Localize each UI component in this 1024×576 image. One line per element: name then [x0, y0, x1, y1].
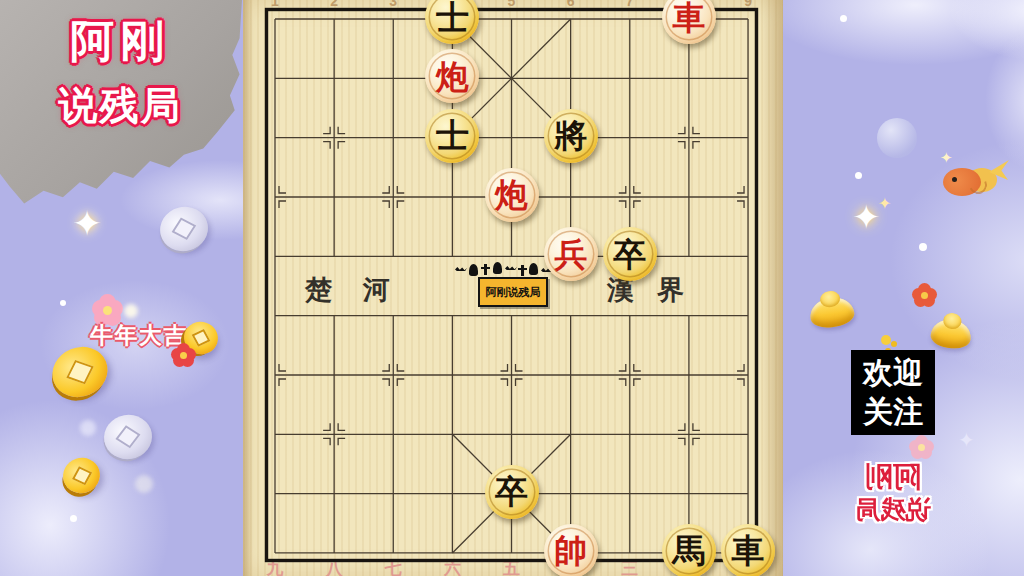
- flower-icon: [918, 444, 925, 451]
- glow-icon: [124, 304, 138, 318]
- piece-glyph: 將: [554, 119, 587, 152]
- glow-icon: [80, 420, 96, 436]
- cross-icon: [521, 265, 524, 276]
- piece-red-炮[interactable]: 炮: [485, 168, 539, 222]
- dot-sparkle-icon: [60, 300, 66, 306]
- sparkle-icon: ✦: [852, 200, 881, 234]
- dot-sparkle-icon: [919, 243, 927, 251]
- watermark-decoration: [455, 261, 551, 277]
- silver-coin-icon: [101, 411, 156, 463]
- xiangqi-board: 楚河 漢界 123456789 九八七六五四三二一 士車炮士將炮兵卒卒帥馬車 阿…: [243, 0, 783, 576]
- follow-line1: 欢迎: [851, 353, 935, 392]
- piece-glyph: 士: [436, 1, 469, 34]
- dot-sparkle-icon: [855, 172, 862, 179]
- goldfish-icon: [943, 162, 1009, 198]
- flower-icon: [180, 352, 187, 359]
- bat-icon: [505, 266, 517, 270]
- piece-black-士[interactable]: 士: [425, 109, 479, 163]
- sparkle-icon: ✦: [940, 150, 953, 165]
- ghost-icon: [469, 264, 478, 276]
- video-frame: 楚河 漢界 123456789 九八七六五四三二一 士車炮士將炮兵卒卒帥馬車 阿…: [0, 0, 1024, 576]
- bat-icon: [455, 267, 467, 271]
- gold-ingot-icon: [929, 318, 972, 351]
- piece-glyph: 兵: [554, 238, 587, 271]
- watermark-badge: 阿刚说残局: [478, 277, 548, 307]
- flower-icon: [921, 292, 928, 299]
- cross-icon: [484, 264, 487, 275]
- follow-banner: 欢迎 关注: [851, 350, 935, 435]
- piece-glyph: 馬: [672, 534, 705, 567]
- dot-sparkle-icon: [70, 515, 77, 522]
- river-label-left: 楚河: [305, 272, 421, 308]
- piece-black-馬[interactable]: 馬: [662, 524, 716, 576]
- bubble-icon: [877, 118, 917, 158]
- cloud: [760, 0, 1024, 65]
- piece-glyph: 車: [672, 1, 705, 34]
- channel-title-line2: 说残局: [2, 79, 238, 133]
- piece-glyph: 士: [436, 119, 469, 152]
- piece-black-車[interactable]: 車: [721, 524, 775, 576]
- ghost-icon: [493, 262, 502, 274]
- sparkle-icon: ✦: [72, 206, 102, 242]
- silver-coin-icon: [155, 201, 213, 256]
- piece-glyph: 炮: [436, 60, 469, 93]
- piece-glyph: 帥: [554, 534, 587, 567]
- piece-black-將[interactable]: 將: [544, 109, 598, 163]
- glow-icon: [135, 475, 153, 493]
- channel-title-line1: 阿刚: [2, 12, 238, 71]
- gold-ingot-icon: [808, 295, 856, 330]
- mirrored-watermark: 阿刚 说残局: [851, 460, 935, 524]
- piece-glyph: 卒: [495, 475, 528, 508]
- flower-icon: [103, 306, 112, 315]
- dot-sparkle-icon: [840, 15, 847, 22]
- cloud: [950, 0, 1024, 60]
- channel-title: 阿刚 说残局: [2, 12, 238, 133]
- piece-black-卒[interactable]: 卒: [603, 227, 657, 281]
- piece-glyph: 炮: [495, 178, 528, 211]
- new-year-blessing: 牛年大吉: [90, 320, 188, 351]
- gold-coin-icon: [58, 453, 104, 498]
- mirrored-line1: 阿刚: [851, 460, 935, 494]
- sparkle-icon: ✦: [958, 430, 975, 450]
- piece-glyph: 車: [732, 534, 765, 567]
- cloud: [985, 30, 1024, 170]
- piece-glyph: 卒: [613, 238, 646, 271]
- sparkle-icon: ✦: [878, 196, 891, 212]
- piece-black-卒[interactable]: 卒: [485, 465, 539, 519]
- piece-red-帥[interactable]: 帥: [544, 524, 598, 576]
- piece-red-兵[interactable]: 兵: [544, 227, 598, 281]
- ribbon-icon: [881, 335, 891, 345]
- follow-line2: 关注: [851, 392, 935, 431]
- mirrored-line2: 说残局: [851, 494, 935, 524]
- ghost-icon: [529, 263, 538, 275]
